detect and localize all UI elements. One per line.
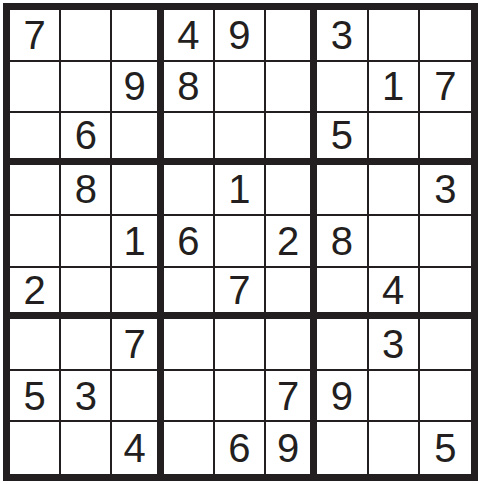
cell-r7c4[interactable] <box>164 319 215 371</box>
cell-r6c1: 2 <box>10 268 61 320</box>
cell-r2c8: 1 <box>369 62 420 114</box>
cell-r2c1[interactable] <box>10 62 61 114</box>
cell-r1c6[interactable] <box>266 10 317 62</box>
cell-r9c3: 4 <box>112 422 163 474</box>
cell-r2c6[interactable] <box>266 62 317 114</box>
cell-r4c5: 1 <box>215 165 266 217</box>
cell-r7c8: 3 <box>369 319 420 371</box>
cell-r3c3[interactable] <box>112 113 163 165</box>
cell-r6c7[interactable] <box>317 268 368 320</box>
cell-r4c2: 8 <box>61 165 112 217</box>
cell-r1c3[interactable] <box>112 10 163 62</box>
cell-r5c9[interactable] <box>420 216 471 268</box>
cell-r3c1[interactable] <box>10 113 61 165</box>
cell-r5c4: 6 <box>164 216 215 268</box>
cell-r7c9[interactable] <box>420 319 471 371</box>
cell-r1c9[interactable] <box>420 10 471 62</box>
cell-r6c5: 7 <box>215 268 266 320</box>
cell-r9c8[interactable] <box>369 422 420 474</box>
cell-r4c4[interactable] <box>164 165 215 217</box>
cell-r9c2[interactable] <box>61 422 112 474</box>
cell-r8c8[interactable] <box>369 371 420 423</box>
cell-r5c6: 2 <box>266 216 317 268</box>
cell-r6c8: 4 <box>369 268 420 320</box>
cell-r9c6: 9 <box>266 422 317 474</box>
sudoku-page: 749398176581316282747353794695 <box>0 0 481 484</box>
cell-r7c6[interactable] <box>266 319 317 371</box>
cell-r2c2[interactable] <box>61 62 112 114</box>
cell-r1c1: 7 <box>10 10 61 62</box>
cell-r3c8[interactable] <box>369 113 420 165</box>
cell-r9c9: 5 <box>420 422 471 474</box>
cell-r7c3: 7 <box>112 319 163 371</box>
cell-r2c3: 9 <box>112 62 163 114</box>
cell-r1c7: 3 <box>317 10 368 62</box>
cell-r5c3: 1 <box>112 216 163 268</box>
cell-r6c3[interactable] <box>112 268 163 320</box>
cell-r2c7[interactable] <box>317 62 368 114</box>
cell-r3c7: 5 <box>317 113 368 165</box>
cell-r8c5[interactable] <box>215 371 266 423</box>
cell-r2c5[interactable] <box>215 62 266 114</box>
cell-r1c8[interactable] <box>369 10 420 62</box>
cell-r8c2: 3 <box>61 371 112 423</box>
cell-r5c8[interactable] <box>369 216 420 268</box>
cell-r9c1[interactable] <box>10 422 61 474</box>
cell-r6c4[interactable] <box>164 268 215 320</box>
cell-r6c2[interactable] <box>61 268 112 320</box>
cell-r6c9[interactable] <box>420 268 471 320</box>
cell-r8c1: 5 <box>10 371 61 423</box>
cell-r4c9: 3 <box>420 165 471 217</box>
cell-r3c2: 6 <box>61 113 112 165</box>
cell-r9c4[interactable] <box>164 422 215 474</box>
cell-r3c9[interactable] <box>420 113 471 165</box>
cell-r5c2[interactable] <box>61 216 112 268</box>
cell-r7c5[interactable] <box>215 319 266 371</box>
cell-r9c5: 6 <box>215 422 266 474</box>
cell-r8c4[interactable] <box>164 371 215 423</box>
cell-r8c9[interactable] <box>420 371 471 423</box>
cell-r8c6: 7 <box>266 371 317 423</box>
cell-r4c7[interactable] <box>317 165 368 217</box>
cell-r1c5: 9 <box>215 10 266 62</box>
cell-r2c4: 8 <box>164 62 215 114</box>
cell-r4c3[interactable] <box>112 165 163 217</box>
cell-r5c7: 8 <box>317 216 368 268</box>
cell-r7c1[interactable] <box>10 319 61 371</box>
cell-r8c3[interactable] <box>112 371 163 423</box>
cell-r3c5[interactable] <box>215 113 266 165</box>
cell-r3c6[interactable] <box>266 113 317 165</box>
cell-r6c6[interactable] <box>266 268 317 320</box>
cell-r5c1[interactable] <box>10 216 61 268</box>
cell-r8c7: 9 <box>317 371 368 423</box>
cell-r2c9: 7 <box>420 62 471 114</box>
cell-r7c2[interactable] <box>61 319 112 371</box>
cell-r4c1[interactable] <box>10 165 61 217</box>
sudoku-board: 749398176581316282747353794695 <box>3 3 478 481</box>
cell-r4c6[interactable] <box>266 165 317 217</box>
cell-r1c4: 4 <box>164 10 215 62</box>
cell-r9c7[interactable] <box>317 422 368 474</box>
cell-r5c5[interactable] <box>215 216 266 268</box>
cell-r4c8[interactable] <box>369 165 420 217</box>
cell-r7c7[interactable] <box>317 319 368 371</box>
cell-r3c4[interactable] <box>164 113 215 165</box>
cell-r1c2[interactable] <box>61 10 112 62</box>
